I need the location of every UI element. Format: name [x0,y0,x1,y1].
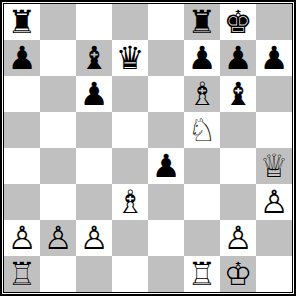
square-b3[interactable] [40,184,76,220]
piece-black-pawn: ♟ [152,148,181,184]
piece-black-pawn: ♟ [224,40,253,76]
square-b2[interactable]: ♙ [40,220,76,256]
square-f2[interactable] [184,220,220,256]
square-a1[interactable]: ♖ [4,256,40,292]
piece-white-pawn: ♙ [80,220,109,256]
piece-black-queen: ♛ [116,40,145,76]
square-h2[interactable] [256,220,292,256]
square-c4[interactable] [76,148,112,184]
square-e4[interactable]: ♟ [148,148,184,184]
piece-white-pawn: ♙ [44,220,73,256]
square-e5[interactable] [148,112,184,148]
square-f1[interactable]: ♖ [184,256,220,292]
square-e3[interactable] [148,184,184,220]
piece-black-pawn: ♟ [260,40,289,76]
square-c1[interactable] [76,256,112,292]
square-a2[interactable]: ♙ [4,220,40,256]
square-g6[interactable]: ♝ [220,76,256,112]
square-a4[interactable] [4,148,40,184]
square-g5[interactable] [220,112,256,148]
square-h3[interactable]: ♙ [256,184,292,220]
square-f4[interactable] [184,148,220,184]
square-h1[interactable] [256,256,292,292]
square-g1[interactable]: ♔ [220,256,256,292]
square-b6[interactable] [40,76,76,112]
square-a3[interactable] [4,184,40,220]
piece-white-bishop: ♗ [188,76,217,112]
square-e1[interactable] [148,256,184,292]
square-e6[interactable] [148,76,184,112]
square-e7[interactable] [148,40,184,76]
piece-white-bishop: ♗ [116,184,145,220]
square-b7[interactable] [40,40,76,76]
board-frame-gap: ♜♜♚♟♝♛♟♟♟♟♗♝♘♟♕♗♙♙♙♙♙♖♖♔ [2,2,294,294]
piece-white-rook: ♖ [8,256,37,292]
piece-black-rook: ♜ [8,4,37,40]
square-d8[interactable] [112,4,148,40]
square-g3[interactable] [220,184,256,220]
square-d7[interactable]: ♛ [112,40,148,76]
square-a8[interactable]: ♜ [4,4,40,40]
square-b4[interactable] [40,148,76,184]
piece-white-king: ♔ [224,256,253,292]
piece-white-pawn: ♙ [260,184,289,220]
square-h4[interactable]: ♕ [256,148,292,184]
square-d3[interactable]: ♗ [112,184,148,220]
square-f7[interactable]: ♟ [184,40,220,76]
square-b1[interactable] [40,256,76,292]
square-d4[interactable] [112,148,148,184]
square-h5[interactable] [256,112,292,148]
chess-board: ♜♜♚♟♝♛♟♟♟♟♗♝♘♟♕♗♙♙♙♙♙♖♖♔ [4,4,292,292]
square-c2[interactable]: ♙ [76,220,112,256]
square-c6[interactable]: ♟ [76,76,112,112]
square-c5[interactable] [76,112,112,148]
piece-black-pawn: ♟ [8,40,37,76]
square-f5[interactable]: ♘ [184,112,220,148]
square-c3[interactable] [76,184,112,220]
piece-black-bishop: ♝ [80,40,109,76]
square-h6[interactable] [256,76,292,112]
square-a6[interactable] [4,76,40,112]
square-d5[interactable] [112,112,148,148]
square-g2[interactable]: ♙ [220,220,256,256]
piece-white-pawn: ♙ [224,220,253,256]
piece-white-queen: ♕ [260,148,289,184]
piece-black-king: ♚ [224,4,253,40]
square-h8[interactable] [256,4,292,40]
piece-white-knight: ♘ [188,112,217,148]
square-h7[interactable]: ♟ [256,40,292,76]
square-f6[interactable]: ♗ [184,76,220,112]
piece-black-pawn: ♟ [188,40,217,76]
square-b5[interactable] [40,112,76,148]
piece-white-rook: ♖ [188,256,217,292]
board-frame: ♜♜♚♟♝♛♟♟♟♟♗♝♘♟♕♗♙♙♙♙♙♖♖♔ [0,0,296,296]
square-a7[interactable]: ♟ [4,40,40,76]
square-g8[interactable]: ♚ [220,4,256,40]
square-f3[interactable] [184,184,220,220]
square-d6[interactable] [112,76,148,112]
square-g4[interactable] [220,148,256,184]
piece-black-rook: ♜ [188,4,217,40]
piece-black-bishop: ♝ [224,76,253,112]
piece-white-pawn: ♙ [8,220,37,256]
square-f8[interactable]: ♜ [184,4,220,40]
square-d2[interactable] [112,220,148,256]
square-g7[interactable]: ♟ [220,40,256,76]
square-c7[interactable]: ♝ [76,40,112,76]
square-c8[interactable] [76,4,112,40]
square-e8[interactable] [148,4,184,40]
board-frame-inner: ♜♜♚♟♝♛♟♟♟♟♗♝♘♟♕♗♙♙♙♙♙♖♖♔ [3,3,293,293]
square-a5[interactable] [4,112,40,148]
piece-black-pawn: ♟ [80,76,109,112]
square-d1[interactable] [112,256,148,292]
square-e2[interactable] [148,220,184,256]
square-b8[interactable] [40,4,76,40]
